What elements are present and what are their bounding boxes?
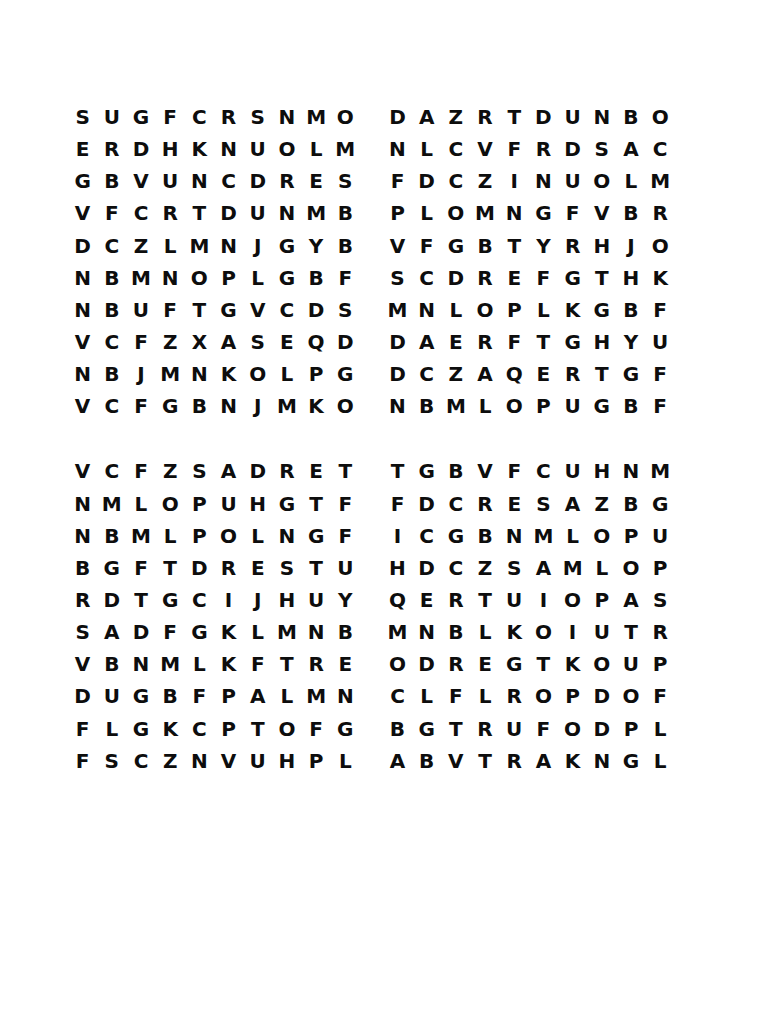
letter-cell: N [587, 101, 616, 133]
letter-cell: O [214, 520, 243, 552]
letter-cell: S [243, 101, 272, 133]
letter-cell: M [558, 552, 587, 584]
letter-cell: F [646, 390, 675, 422]
letter-cell: C [97, 326, 126, 358]
letter-cell: B [383, 713, 412, 745]
letter-cell: B [441, 616, 470, 648]
letter-cell: A [616, 133, 645, 165]
letter-cell: P [302, 358, 331, 390]
letter-cell: F [156, 101, 185, 133]
letter-cell: N [272, 197, 301, 229]
letter-cell: E [470, 648, 499, 680]
letter-cell: R [441, 584, 470, 616]
letter-cell: P [529, 390, 558, 422]
letter-cell: V [68, 390, 97, 422]
letter-cell: P [558, 680, 587, 712]
letter-cell: F [68, 713, 97, 745]
letter-cell: P [646, 552, 675, 584]
letter-cell: I [529, 584, 558, 616]
letter-cell: F [68, 745, 97, 777]
letter-cell: G [412, 713, 441, 745]
letter-cell: A [383, 745, 412, 777]
letter-cell: U [558, 165, 587, 197]
letter-cell: V [383, 230, 412, 262]
letter-cell: F [331, 520, 360, 552]
letter-cell: T [302, 488, 331, 520]
letter-cell: F [646, 294, 675, 326]
letter-cell: A [97, 616, 126, 648]
letter-cell: E [302, 455, 331, 487]
letter-cell: J [126, 358, 155, 390]
letter-cell: F [529, 713, 558, 745]
letter-cell: U [558, 101, 587, 133]
letter-cell: F [441, 680, 470, 712]
letter-cell: G [441, 230, 470, 262]
letter-cell: L [616, 165, 645, 197]
letter-cell: N [500, 520, 529, 552]
letter-cell: E [412, 584, 441, 616]
letter-cell: U [646, 326, 675, 358]
letter-cell: V [243, 294, 272, 326]
letter-cell: A [214, 326, 243, 358]
letter-cell: A [616, 584, 645, 616]
letter-cell: U [214, 488, 243, 520]
letter-cell: V [441, 745, 470, 777]
letter-cell: C [185, 713, 214, 745]
letter-cell: N [214, 230, 243, 262]
letter-cell: U [243, 745, 272, 777]
letter-cell: U [500, 713, 529, 745]
letter-cell: L [558, 520, 587, 552]
letter-cell: F [500, 455, 529, 487]
letter-cell: K [558, 648, 587, 680]
letter-cell: C [214, 165, 243, 197]
letter-cell: K [214, 648, 243, 680]
letter-cell: C [441, 133, 470, 165]
letter-cell: C [412, 358, 441, 390]
letter-cell: E [272, 326, 301, 358]
letter-cell: B [616, 488, 645, 520]
letter-cell: L [243, 520, 272, 552]
letter-cell: L [126, 488, 155, 520]
letter-cell: G [558, 326, 587, 358]
letter-cell: T [616, 616, 645, 648]
letter-cell: L [156, 520, 185, 552]
letter-cell: T [470, 584, 499, 616]
letter-cell: M [646, 165, 675, 197]
letter-cell: D [243, 165, 272, 197]
letter-cell: O [646, 230, 675, 262]
letter-cell: C [383, 680, 412, 712]
letter-cell: U [243, 133, 272, 165]
letter-cell: B [616, 101, 645, 133]
letter-cell: L [412, 133, 441, 165]
letter-cell: Q [500, 358, 529, 390]
letter-cell: M [156, 648, 185, 680]
letter-cell: C [185, 101, 214, 133]
letter-cell: R [272, 165, 301, 197]
letter-cell: F [646, 680, 675, 712]
letter-cell: V [68, 326, 97, 358]
letter-cell: K [214, 358, 243, 390]
letter-cell: S [185, 455, 214, 487]
letter-cell: F [126, 552, 155, 584]
letter-cell: A [412, 326, 441, 358]
letter-cell: I [558, 616, 587, 648]
letter-cell: O [616, 552, 645, 584]
letter-cell: E [500, 262, 529, 294]
letter-cell: Z [587, 488, 616, 520]
letter-cell: D [412, 165, 441, 197]
letter-cell: M [97, 488, 126, 520]
letter-cell: M [185, 230, 214, 262]
letter-cell: B [97, 648, 126, 680]
letter-cell: M [331, 133, 360, 165]
letter-cell: D [126, 133, 155, 165]
letter-cell: C [412, 520, 441, 552]
letter-cell: O [558, 584, 587, 616]
letter-cell: F [97, 197, 126, 229]
letter-cell: P [214, 713, 243, 745]
letter-cell: R [529, 133, 558, 165]
letter-cell: P [383, 197, 412, 229]
letter-cell: V [126, 165, 155, 197]
letter-cell: F [529, 262, 558, 294]
letter-cell: L [441, 294, 470, 326]
letter-cell: H [587, 326, 616, 358]
letter-cell: F [331, 262, 360, 294]
letter-cell: R [500, 745, 529, 777]
letter-cell: V [214, 745, 243, 777]
letter-cell: R [441, 648, 470, 680]
letter-cell: F [500, 133, 529, 165]
letter-cell: P [616, 520, 645, 552]
letter-cell: L [272, 680, 301, 712]
letter-cell: U [243, 197, 272, 229]
letter-cell: I [214, 584, 243, 616]
letter-cell: E [529, 358, 558, 390]
letter-cell: D [412, 488, 441, 520]
letter-cell: V [68, 648, 97, 680]
letter-cell: O [646, 101, 675, 133]
letter-cell: G [97, 552, 126, 584]
letter-cell: E [500, 488, 529, 520]
letter-cell: A [558, 488, 587, 520]
letter-cell: G [646, 488, 675, 520]
letter-cell: L [470, 680, 499, 712]
letter-cell: N [272, 520, 301, 552]
letter-cell: M [441, 390, 470, 422]
letter-cell: G [587, 390, 616, 422]
letter-cell: M [383, 616, 412, 648]
letter-cell: D [126, 616, 155, 648]
letter-cell: D [587, 713, 616, 745]
letter-cell: S [97, 745, 126, 777]
letter-cell: L [156, 230, 185, 262]
letter-cell: P [587, 584, 616, 616]
letter-cell: M [272, 390, 301, 422]
letter-cell: N [383, 390, 412, 422]
letter-cell: D [331, 326, 360, 358]
letter-cell: L [331, 745, 360, 777]
letter-cell: C [185, 584, 214, 616]
letter-cell: N [68, 358, 97, 390]
letter-cell: S [587, 133, 616, 165]
letter-cell: B [331, 197, 360, 229]
letter-cell: U [156, 165, 185, 197]
letter-cell: G [616, 358, 645, 390]
letter-cell: O [272, 133, 301, 165]
letter-cell: L [97, 713, 126, 745]
letter-cell: P [185, 488, 214, 520]
letter-cell: F [412, 230, 441, 262]
letter-cell: R [558, 230, 587, 262]
letter-cell: F [383, 488, 412, 520]
letter-cell: A [529, 552, 558, 584]
letter-cell: D [383, 358, 412, 390]
letter-cell: G [412, 455, 441, 487]
letter-cell: H [616, 262, 645, 294]
letter-cell: B [302, 262, 331, 294]
letter-cell: B [331, 230, 360, 262]
letter-cell: B [616, 390, 645, 422]
letter-cell: D [68, 680, 97, 712]
letter-cell: B [470, 520, 499, 552]
letter-cell: R [470, 713, 499, 745]
letter-cell: S [243, 326, 272, 358]
letter-cell: G [441, 520, 470, 552]
letter-cell: B [412, 390, 441, 422]
letter-cell: F [156, 294, 185, 326]
letter-cell: O [243, 358, 272, 390]
letter-cell: D [68, 230, 97, 262]
letter-cell: O [587, 520, 616, 552]
letter-cell: H [587, 230, 616, 262]
letter-cell: R [558, 358, 587, 390]
letter-cell: N [383, 133, 412, 165]
letter-cell: N [500, 197, 529, 229]
letter-cell: U [646, 520, 675, 552]
letter-cell: N [412, 294, 441, 326]
letter-cell: G [214, 294, 243, 326]
letter-cell: B [156, 680, 185, 712]
letter-cell: F [302, 713, 331, 745]
letter-cell: S [272, 552, 301, 584]
letter-cell: N [331, 680, 360, 712]
letter-cell: J [243, 230, 272, 262]
letter-cell: Y [616, 326, 645, 358]
letter-cell: S [68, 616, 97, 648]
letter-cell: C [97, 455, 126, 487]
letter-cell: R [500, 680, 529, 712]
letter-cell: Z [126, 230, 155, 262]
letter-cell: T [441, 713, 470, 745]
letter-cell: V [68, 455, 97, 487]
letter-cell: U [500, 584, 529, 616]
letter-cell: Q [383, 584, 412, 616]
letter-cell: Z [470, 165, 499, 197]
letter-cell: D [302, 294, 331, 326]
letter-cell: G [156, 584, 185, 616]
letter-cell: Q [302, 326, 331, 358]
letter-cell: K [214, 616, 243, 648]
letter-cell: H [156, 133, 185, 165]
letter-cell: N [185, 745, 214, 777]
letter-cell: Y [331, 584, 360, 616]
letter-cell: G [331, 713, 360, 745]
letter-cell: H [272, 584, 301, 616]
letter-cell: R [470, 326, 499, 358]
letter-cell: O [529, 616, 558, 648]
letter-cell: V [470, 133, 499, 165]
letter-cell: S [646, 584, 675, 616]
letter-cell: D [412, 552, 441, 584]
letter-cell: N [302, 616, 331, 648]
letter-cell: F [383, 165, 412, 197]
letter-cell: G [272, 488, 301, 520]
letter-cell: G [272, 262, 301, 294]
letter-cell: B [97, 294, 126, 326]
letter-cell: P [185, 520, 214, 552]
letter-cell: B [68, 552, 97, 584]
letter-cell: B [412, 745, 441, 777]
letter-cell: C [126, 197, 155, 229]
letter-cell: U [616, 648, 645, 680]
letter-cell: L [185, 648, 214, 680]
letter-cell: N [185, 358, 214, 390]
letter-cell: R [214, 101, 243, 133]
letter-cell: O [470, 294, 499, 326]
letter-cell: K [302, 390, 331, 422]
letter-cell: O [587, 165, 616, 197]
letter-cell: C [646, 133, 675, 165]
letter-cell: N [68, 294, 97, 326]
letter-cell: D [383, 101, 412, 133]
grid-block-top-left: SUGFCRSNMOERDHKNUOLMGBVUNCDRESVFCRTDUNMB… [68, 101, 360, 422]
letter-cell: I [383, 520, 412, 552]
letter-cell: F [558, 197, 587, 229]
letter-cell: C [529, 455, 558, 487]
letter-cell: E [441, 326, 470, 358]
letter-cell: D [243, 455, 272, 487]
letter-cell: N [214, 390, 243, 422]
letter-cell: R [97, 133, 126, 165]
letter-cell: B [470, 230, 499, 262]
letter-cell: O [558, 713, 587, 745]
letter-cell: S [383, 262, 412, 294]
letter-cell: V [587, 197, 616, 229]
letter-cell: N [412, 616, 441, 648]
letter-cell: Z [156, 455, 185, 487]
letter-cell: N [587, 745, 616, 777]
letter-cell: N [214, 133, 243, 165]
letter-cell: N [68, 262, 97, 294]
letter-cell: K [185, 133, 214, 165]
letter-cell: G [500, 648, 529, 680]
letter-cell: N [126, 648, 155, 680]
letter-cell: F [500, 326, 529, 358]
letter-cell: G [587, 294, 616, 326]
letter-cell: D [441, 262, 470, 294]
letter-cell: P [646, 648, 675, 680]
letter-cell: R [470, 488, 499, 520]
letter-cell: G [185, 616, 214, 648]
letter-cell: I [500, 165, 529, 197]
letter-cell: Z [156, 326, 185, 358]
letter-cell: F [243, 648, 272, 680]
letter-cell: N [185, 165, 214, 197]
letter-cell: N [68, 488, 97, 520]
letter-cell: T [302, 552, 331, 584]
letter-cell: O [331, 390, 360, 422]
letter-cell: M [383, 294, 412, 326]
letter-cell: K [500, 616, 529, 648]
letter-cell: R [156, 197, 185, 229]
letter-cell: O [441, 197, 470, 229]
letter-cell: U [302, 584, 331, 616]
letter-cell: N [529, 165, 558, 197]
letter-cell: U [97, 101, 126, 133]
letter-cell: E [302, 165, 331, 197]
letter-cell: L [587, 552, 616, 584]
letter-cell: M [302, 101, 331, 133]
letter-cell: G [272, 230, 301, 262]
letter-cell: D [383, 326, 412, 358]
letter-cell: O [500, 390, 529, 422]
letter-cell: H [243, 488, 272, 520]
letter-cell: S [500, 552, 529, 584]
letter-cell: K [558, 745, 587, 777]
letter-cell: G [331, 358, 360, 390]
letter-cell: P [616, 713, 645, 745]
letter-cell: O [529, 680, 558, 712]
letter-cell: B [97, 520, 126, 552]
letter-cell: F [331, 488, 360, 520]
letter-cell: O [616, 680, 645, 712]
letter-cell: B [441, 455, 470, 487]
letter-cell: L [243, 616, 272, 648]
letter-cell: M [529, 520, 558, 552]
letter-cell: A [412, 101, 441, 133]
letter-cell: O [272, 713, 301, 745]
letter-cell: X [185, 326, 214, 358]
letter-cell: R [302, 648, 331, 680]
letter-cell: Y [302, 230, 331, 262]
letter-cell: D [97, 584, 126, 616]
letter-cell: O [185, 262, 214, 294]
letter-cell: G [302, 520, 331, 552]
letter-cell: R [470, 262, 499, 294]
letter-cell: K [558, 294, 587, 326]
letter-cell: N [616, 455, 645, 487]
letter-cell: H [272, 745, 301, 777]
letter-cell: A [470, 358, 499, 390]
letter-cell: G [68, 165, 97, 197]
letter-cell: B [97, 165, 126, 197]
letter-cell: V [68, 197, 97, 229]
letter-cell: B [616, 197, 645, 229]
letter-cell: R [214, 552, 243, 584]
grid-block-bottom-right: TGBVFCUHNMFDCRESAZBGICGBNMLOPUHDCZSAMLOP… [383, 455, 675, 776]
letter-cell: T [529, 648, 558, 680]
letter-cell: F [646, 358, 675, 390]
letter-cell: A [214, 455, 243, 487]
letter-cell: N [68, 520, 97, 552]
word-search-board: SUGFCRSNMOERDHKNUOLMGBVUNCDRESVFCRTDUNMB… [68, 101, 675, 777]
letter-cell: T [383, 455, 412, 487]
letter-cell: N [272, 101, 301, 133]
letter-cell: R [646, 197, 675, 229]
